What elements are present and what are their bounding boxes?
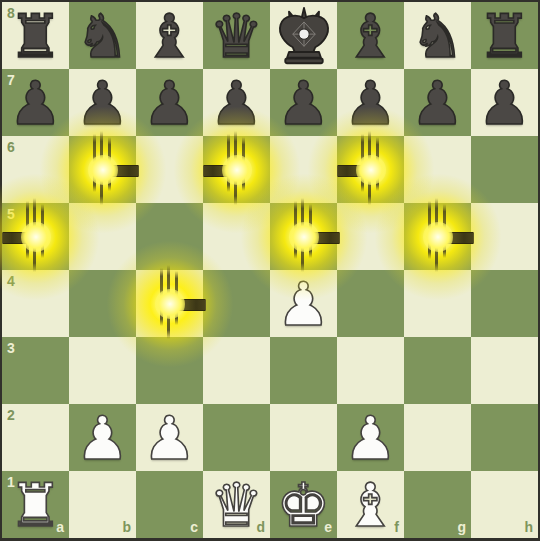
black-queen[interactable]: ♛ — [203, 2, 270, 69]
black-bishop[interactable]: ♝ — [136, 2, 203, 69]
rank-label-5: 5 — [7, 206, 15, 222]
square-h3[interactable] — [471, 337, 538, 404]
square-d2[interactable] — [203, 404, 270, 471]
square-b8[interactable]: ♞ — [69, 2, 136, 69]
square-e7[interactable]: ♟ — [270, 69, 337, 136]
black-knight[interactable]: ♞ — [404, 2, 471, 69]
square-a8[interactable]: 8♜ — [2, 2, 69, 69]
square-a7[interactable]: 7♟ — [2, 69, 69, 136]
square-c7[interactable]: ♟ — [136, 69, 203, 136]
square-f1[interactable]: f♝ — [337, 471, 404, 538]
square-c2[interactable]: ♟ — [136, 404, 203, 471]
black-bishop[interactable]: ♝ — [337, 2, 404, 69]
square-e3[interactable] — [270, 337, 337, 404]
square-b7[interactable]: ♟ — [69, 69, 136, 136]
square-h4[interactable] — [471, 270, 538, 337]
black-pawn[interactable]: ♟ — [69, 69, 136, 136]
square-g7[interactable]: ♟ — [404, 69, 471, 136]
square-g4[interactable] — [404, 270, 471, 337]
square-e4[interactable]: ♟ — [270, 270, 337, 337]
square-c4[interactable] — [136, 270, 203, 337]
black-pawn[interactable]: ♟ — [471, 69, 538, 136]
square-h7[interactable]: ♟ — [471, 69, 538, 136]
rank-label-2: 2 — [7, 407, 15, 423]
white-queen[interactable]: ♛ — [203, 471, 270, 538]
square-c5[interactable] — [136, 203, 203, 270]
square-b2[interactable]: ♟ — [69, 404, 136, 471]
square-a5[interactable]: 5 — [2, 203, 69, 270]
square-g2[interactable] — [404, 404, 471, 471]
square-f2[interactable]: ♟ — [337, 404, 404, 471]
square-c8[interactable]: ♝ — [136, 2, 203, 69]
square-a6[interactable]: 6 — [2, 136, 69, 203]
white-bishop[interactable]: ♝ — [337, 471, 404, 538]
square-c3[interactable] — [136, 337, 203, 404]
board-frame: 8♜♞♝♛♝♞♜7♟♟♟♟♟♟♟♟654♟32♟♟♟1a♜bcd♛e♚f♝gh — [0, 0, 540, 541]
square-e2[interactable] — [270, 404, 337, 471]
square-f6[interactable] — [337, 136, 404, 203]
square-f5[interactable] — [337, 203, 404, 270]
square-f8[interactable]: ♝ — [337, 2, 404, 69]
black-pawn[interactable]: ♟ — [404, 69, 471, 136]
square-e1[interactable]: e♚ — [270, 471, 337, 538]
chess-board: 8♜♞♝♛♝♞♜7♟♟♟♟♟♟♟♟654♟32♟♟♟1a♜bcd♛e♚f♝gh — [2, 2, 538, 538]
black-pawn[interactable]: ♟ — [270, 69, 337, 136]
black-pawn[interactable]: ♟ — [2, 69, 69, 136]
white-rook[interactable]: ♜ — [2, 471, 69, 538]
rank-label-3: 3 — [7, 340, 15, 356]
square-h6[interactable] — [471, 136, 538, 203]
square-d4[interactable] — [203, 270, 270, 337]
square-g8[interactable]: ♞ — [404, 2, 471, 69]
square-d3[interactable] — [203, 337, 270, 404]
square-d1[interactable]: d♛ — [203, 471, 270, 538]
black-pawn[interactable]: ♟ — [136, 69, 203, 136]
square-g1[interactable]: g — [404, 471, 471, 538]
square-h8[interactable]: ♜ — [471, 2, 538, 69]
square-h5[interactable] — [471, 203, 538, 270]
square-b3[interactable] — [69, 337, 136, 404]
square-a4[interactable]: 4 — [2, 270, 69, 337]
black-pawn[interactable]: ♟ — [337, 69, 404, 136]
square-e6[interactable] — [270, 136, 337, 203]
square-g3[interactable] — [404, 337, 471, 404]
square-g6[interactable] — [404, 136, 471, 203]
file-label-c: c — [190, 519, 198, 535]
file-label-g: g — [457, 519, 466, 535]
square-f3[interactable] — [337, 337, 404, 404]
black-pawn[interactable]: ♟ — [203, 69, 270, 136]
square-e8[interactable] — [270, 2, 337, 69]
black-king-fancy-skin[interactable] — [270, 2, 337, 69]
square-b5[interactable] — [69, 203, 136, 270]
square-f4[interactable] — [337, 270, 404, 337]
square-f7[interactable]: ♟ — [337, 69, 404, 136]
file-label-h: h — [524, 519, 533, 535]
file-label-b: b — [122, 519, 131, 535]
white-pawn[interactable]: ♟ — [337, 404, 404, 471]
black-rook[interactable]: ♜ — [471, 2, 538, 69]
white-king[interactable]: ♚ — [270, 471, 337, 538]
square-a3[interactable]: 3 — [2, 337, 69, 404]
square-g5[interactable] — [404, 203, 471, 270]
square-b1[interactable]: b — [69, 471, 136, 538]
square-e5[interactable] — [270, 203, 337, 270]
square-b6[interactable] — [69, 136, 136, 203]
white-pawn[interactable]: ♟ — [270, 270, 337, 337]
square-h2[interactable] — [471, 404, 538, 471]
square-d6[interactable] — [203, 136, 270, 203]
square-a1[interactable]: 1a♜ — [2, 471, 69, 538]
square-c1[interactable]: c — [136, 471, 203, 538]
black-rook[interactable]: ♜ — [2, 2, 69, 69]
square-d7[interactable]: ♟ — [203, 69, 270, 136]
white-pawn[interactable]: ♟ — [69, 404, 136, 471]
square-h1[interactable]: h — [471, 471, 538, 538]
black-knight[interactable]: ♞ — [69, 2, 136, 69]
rank-label-6: 6 — [7, 139, 15, 155]
rank-label-4: 4 — [7, 273, 15, 289]
square-b4[interactable] — [69, 270, 136, 337]
square-d8[interactable]: ♛ — [203, 2, 270, 69]
square-d5[interactable] — [203, 203, 270, 270]
white-pawn[interactable]: ♟ — [136, 404, 203, 471]
square-a2[interactable]: 2 — [2, 404, 69, 471]
square-c6[interactable] — [136, 136, 203, 203]
